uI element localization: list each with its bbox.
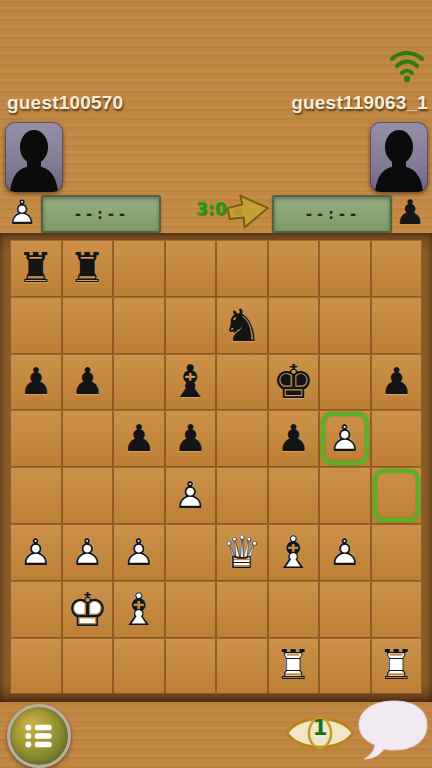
square-c5[interactable]: ♟ [113,410,165,467]
square-f1[interactable]: ♜♖ [268,638,320,695]
square-f6[interactable]: ♚ [268,354,320,411]
white-pawn[interactable]: ♟♙ [174,477,207,514]
chess-board: ♜♜♞♟♟♝♚♟♟♟♟♟♙♟♙♟♙♟♙♟♙♛♕♝♗♟♙♚♔♝♗♜♖♜♖ [0,233,432,702]
white-clock: --:-- [41,195,161,233]
square-c1[interactable] [113,638,165,695]
black-bishop[interactable]: ♝ [170,359,210,404]
square-f3[interactable]: ♝♗ [268,524,320,581]
square-d6[interactable]: ♝ [165,354,217,411]
last-move-highlight [373,469,421,522]
black-rook[interactable]: ♜ [69,248,106,289]
square-g8[interactable] [319,240,371,297]
white-clock-value: --:-- [73,205,128,223]
black-pawn[interactable]: ♟ [277,420,310,457]
square-h2[interactable] [371,581,423,638]
white-rook[interactable]: ♜♖ [378,645,415,686]
square-c6[interactable] [113,354,165,411]
square-e1[interactable] [216,638,268,695]
white-pawn[interactable]: ♟♙ [19,534,52,571]
square-h5[interactable] [371,410,423,467]
square-e6[interactable] [216,354,268,411]
person-silhouette-icon [370,122,428,192]
square-c8[interactable] [113,240,165,297]
move-list-icon [22,719,56,753]
white-queen[interactable]: ♛♕ [222,530,262,575]
square-a8[interactable]: ♜ [10,240,62,297]
board-grid: ♜♜♞♟♟♝♚♟♟♟♟♟♙♟♙♟♙♟♙♟♙♛♕♝♗♟♙♚♔♝♗♜♖♜♖ [10,240,422,694]
square-g4[interactable] [319,467,371,524]
square-e8[interactable] [216,240,268,297]
menu-button[interactable] [7,704,71,768]
white-pawn[interactable]: ♟♙ [71,534,104,571]
clock-row: ♟ ♙ --:-- 3:0 --:-- ♟ [0,190,432,234]
square-b7[interactable] [62,297,114,354]
square-a2[interactable] [10,581,62,638]
spectator-count: 1 [284,716,356,740]
square-g6[interactable] [319,354,371,411]
avatar-white-player[interactable] [5,122,63,192]
black-knight[interactable]: ♞ [222,303,262,348]
black-pawn[interactable]: ♟ [380,363,413,400]
white-pawn-icon: ♟ ♙ [6,192,38,232]
person-silhouette-icon [5,122,63,192]
square-g7[interactable] [319,297,371,354]
square-e5[interactable] [216,410,268,467]
square-a6[interactable]: ♟ [10,354,62,411]
white-bishop[interactable]: ♝♗ [273,530,313,575]
square-b3[interactable]: ♟♙ [62,524,114,581]
turn-arrow-icon [224,189,272,233]
square-a7[interactable] [10,297,62,354]
square-e7[interactable]: ♞ [216,297,268,354]
square-c2[interactable]: ♝♗ [113,581,165,638]
chat-button[interactable] [354,699,430,763]
square-a4[interactable] [10,467,62,524]
square-a1[interactable] [10,638,62,695]
square-d1[interactable] [165,638,217,695]
square-e4[interactable] [216,467,268,524]
black-pawn[interactable]: ♟ [174,420,207,457]
square-d5[interactable]: ♟ [165,410,217,467]
black-pawn[interactable]: ♟ [122,420,155,457]
wifi-icon [389,46,425,84]
square-a5[interactable] [10,410,62,467]
square-d7[interactable] [165,297,217,354]
square-b4[interactable] [62,467,114,524]
black-clock-value: --:-- [304,205,359,223]
white-king[interactable]: ♚♔ [66,586,108,633]
square-d2[interactable] [165,581,217,638]
white-pawn[interactable]: ♟♙ [122,534,155,571]
time-control-label: 3:0 [196,199,226,219]
square-b5[interactable] [62,410,114,467]
square-b6[interactable]: ♟ [62,354,114,411]
black-pawn[interactable]: ♟ [19,363,52,400]
square-b1[interactable] [62,638,114,695]
square-c3[interactable]: ♟♙ [113,524,165,581]
square-g3[interactable]: ♟♙ [319,524,371,581]
square-d3[interactable] [165,524,217,581]
square-b8[interactable]: ♜ [62,240,114,297]
square-g5[interactable]: ♟♙ [319,410,371,467]
square-e3[interactable]: ♛♕ [216,524,268,581]
black-pawn[interactable]: ♟ [71,363,104,400]
black-rook[interactable]: ♜ [17,248,54,289]
square-f7[interactable] [268,297,320,354]
square-f4[interactable] [268,467,320,524]
white-bishop[interactable]: ♝♗ [119,587,159,632]
black-king[interactable]: ♚ [272,358,314,405]
white-pawn[interactable]: ♟♙ [328,534,361,571]
black-clock: --:-- [272,195,392,233]
avatar-black-player[interactable] [370,122,428,192]
square-h3[interactable] [371,524,423,581]
speech-bubble-icon [354,699,430,763]
square-h1[interactable]: ♜♖ [371,638,423,695]
square-h6[interactable]: ♟ [371,354,423,411]
square-g2[interactable] [319,581,371,638]
square-b2[interactable]: ♚♔ [62,581,114,638]
square-f5[interactable]: ♟ [268,410,320,467]
square-e2[interactable] [216,581,268,638]
square-c7[interactable] [113,297,165,354]
square-h4[interactable] [371,467,423,524]
square-h8[interactable] [371,240,423,297]
square-f2[interactable] [268,581,320,638]
player-name-black: guest119063_1 [291,92,428,114]
white-pawn[interactable]: ♟♙ [328,420,361,457]
spectators-button[interactable]: 1 [284,709,356,757]
square-a3[interactable]: ♟♙ [10,524,62,581]
white-rook[interactable]: ♜♖ [275,645,312,686]
square-h7[interactable] [371,297,423,354]
player-name-white: guest100570 [7,92,123,114]
square-d8[interactable] [165,240,217,297]
square-d4[interactable]: ♟♙ [165,467,217,524]
square-f8[interactable] [268,240,320,297]
square-g1[interactable] [319,638,371,695]
black-pawn-icon: ♟ [394,192,426,232]
square-c4[interactable] [113,467,165,524]
